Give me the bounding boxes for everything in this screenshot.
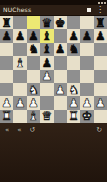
white-pawn: ♟ [1,96,12,108]
white-pawn: ♟ [15,96,26,108]
black-pawn: ♟ [55,43,66,55]
square-a6[interactable] [0,43,13,56]
white-king: ♚ [82,110,93,122]
square-a3[interactable] [0,83,13,96]
game-toolbar: « « ↺ ↻ [0,123,107,137]
white-bishop: ♝ [15,56,26,68]
square-b2[interactable]: ♟ [13,96,26,109]
square-h7[interactable]: ♟ [94,29,107,42]
square-g4[interactable] [80,70,93,83]
white-rook: ♜ [1,110,12,122]
undo-icon[interactable]: ↺ [30,127,36,134]
white-pawn: ♟ [41,70,52,82]
battery-icon [104,2,106,4]
black-pawn: ♟ [95,30,106,42]
square-f7[interactable]: ♟ [67,29,80,42]
title-bar: NUChess ⋮ [0,5,107,16]
white-pawn: ♟ [82,96,93,108]
square-f1[interactable]: ♜ [67,110,80,123]
stop-square-icon[interactable] [87,8,91,12]
square-b4[interactable] [13,70,26,83]
square-h5[interactable] [94,56,107,69]
square-f3[interactable]: ♞ [67,83,80,96]
square-a2[interactable]: ♟ [0,96,13,109]
square-g2[interactable]: ♟ [80,96,93,109]
square-b7[interactable]: ♟ [13,29,26,42]
square-d1[interactable]: ♛ [40,110,53,123]
square-e7[interactable] [54,29,67,42]
square-d6[interactable]: ♝ [40,43,53,56]
square-f6[interactable]: ♞ [67,43,80,56]
square-c2[interactable]: ♟ [27,96,40,109]
square-c8[interactable] [27,16,40,29]
square-b8[interactable] [13,16,26,29]
square-g6[interactable] [80,43,93,56]
square-e5[interactable] [54,56,67,69]
white-pawn: ♟ [28,96,39,108]
app-title: NUChess [3,7,31,13]
black-pawn: ♟ [41,56,52,68]
black-rook: ♜ [1,16,12,28]
black-bishop: ♝ [41,43,52,55]
black-pawn: ♟ [15,30,26,42]
square-d7[interactable]: ♝ [40,29,53,42]
black-pawn: ♟ [28,30,39,42]
square-g3[interactable] [80,83,93,96]
square-b6[interactable] [13,43,26,56]
white-knight: ♞ [68,83,79,95]
square-e1[interactable] [54,110,67,123]
square-h3[interactable] [94,83,107,96]
black-pawn: ♟ [1,30,12,42]
square-d4[interactable]: ♟ [40,70,53,83]
square-a7[interactable]: ♟ [0,29,13,42]
white-rook: ♜ [68,110,79,122]
square-f8[interactable] [67,16,80,29]
square-g7[interactable]: ♟ [80,29,93,42]
square-e6[interactable]: ♟ [54,43,67,56]
white-queen: ♛ [41,110,52,122]
black-knight: ♞ [68,43,79,55]
step-back-button[interactable]: « [17,127,21,134]
skip-to-start-button[interactable]: « [5,127,9,134]
signal-icon [98,2,100,4]
square-a5[interactable] [0,56,13,69]
square-e3[interactable]: ♟ [54,83,67,96]
square-h6[interactable] [94,43,107,56]
black-king: ♚ [55,16,66,28]
square-d2[interactable] [40,96,53,109]
white-bishop: ♝ [28,110,39,122]
square-d3[interactable] [40,83,53,96]
square-h2[interactable]: ♟ [94,96,107,109]
square-a1[interactable]: ♜ [0,110,13,123]
white-pawn: ♟ [95,96,106,108]
black-queen: ♛ [41,16,52,28]
overflow-menu-icon[interactable]: ⋮ [96,6,104,14]
square-c7[interactable]: ♟ [27,29,40,42]
square-b5[interactable]: ♝ [13,56,26,69]
wifi-icon [101,2,103,4]
square-f2[interactable]: ♟ [67,96,80,109]
black-pawn: ♟ [82,30,93,42]
square-d5[interactable]: ♟ [40,56,53,69]
square-h4[interactable] [94,70,107,83]
square-a4[interactable] [0,70,13,83]
square-e8[interactable]: ♚ [54,16,67,29]
redo-icon[interactable]: ↻ [96,127,102,134]
square-h8[interactable]: ♜ [94,16,107,29]
square-c3[interactable]: ♞ [27,83,40,96]
square-h1[interactable] [94,110,107,123]
white-knight: ♞ [28,83,39,95]
chess-board: ♜♛♚♜♟♟♟♝♟♟♟♞♝♟♞♝♟♟♞♟♞♟♟♟♟♟♟♜♝♛♜♚ [0,16,107,123]
square-c4[interactable] [27,70,40,83]
white-pawn: ♟ [68,96,79,108]
square-f4[interactable] [67,70,80,83]
square-e4[interactable] [54,70,67,83]
square-d8[interactable]: ♛ [40,16,53,29]
square-e2[interactable] [54,96,67,109]
square-c6[interactable]: ♞ [27,43,40,56]
white-pawn: ♟ [55,83,66,95]
app-window: NUChess ⋮ ♜♛♚♜♟♟♟♝♟♟♟♞♝♟♞♝♟♟♞♟♞♟♟♟♟♟♟♜♝♛… [0,0,107,182]
square-f5[interactable] [67,56,80,69]
square-g1[interactable]: ♚ [80,110,93,123]
square-c1[interactable]: ♝ [27,110,40,123]
black-pawn: ♟ [68,30,79,42]
square-b1[interactable] [13,110,26,123]
black-bishop: ♝ [41,30,52,42]
square-a8[interactable]: ♜ [0,16,13,29]
square-c5[interactable] [27,56,40,69]
black-knight: ♞ [28,43,39,55]
black-rook: ♜ [95,16,106,28]
square-g5[interactable] [80,56,93,69]
square-g8[interactable] [80,16,93,29]
square-b3[interactable] [13,83,26,96]
